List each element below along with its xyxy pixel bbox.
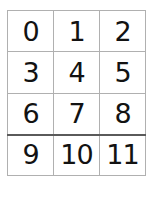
card-6: 6 [8, 94, 53, 134]
card-11: 11 [100, 135, 145, 175]
page: { "game": "number-flash-cards", "positio… [0, 0, 154, 200]
card-0: 0 [8, 11, 53, 51]
flashcard-grid: 0 1 2 3 4 5 6 7 8 9 10 11 [7, 10, 146, 176]
card-3: 3 [8, 52, 53, 92]
card-1: 1 [54, 11, 99, 51]
card-5: 5 [100, 52, 145, 92]
card-4: 4 [54, 52, 99, 92]
card-10: 10 [54, 135, 99, 175]
card-8: 8 [100, 94, 145, 134]
card-9: 9 [8, 135, 53, 175]
card-2: 2 [100, 11, 145, 51]
card-7: 7 [54, 94, 99, 134]
